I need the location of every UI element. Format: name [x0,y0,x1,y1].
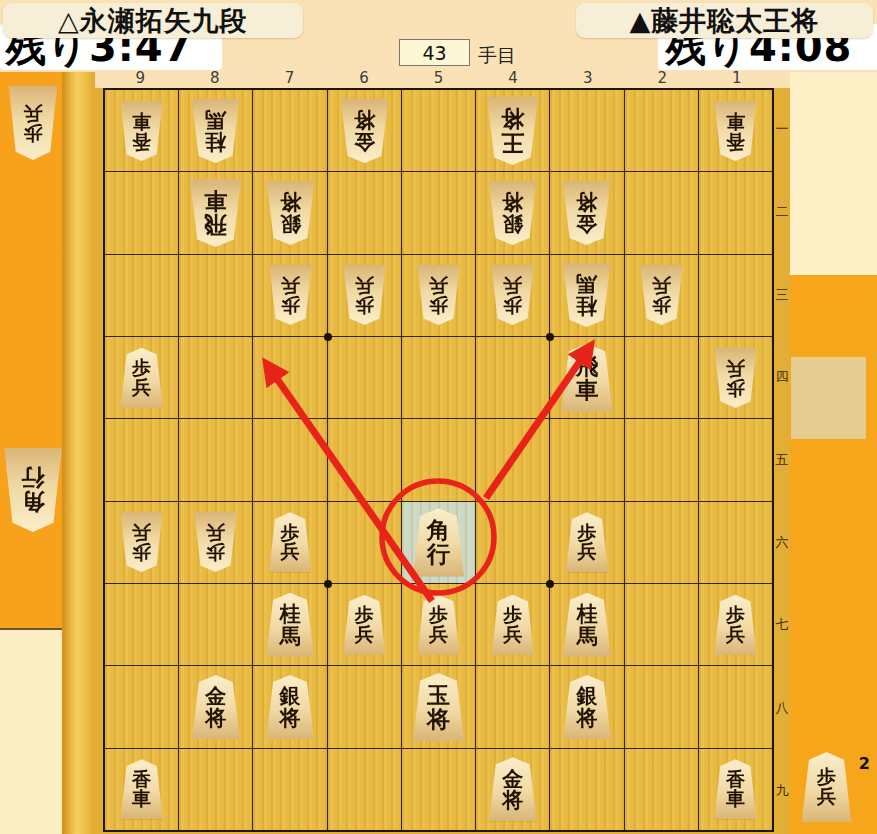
rank-label: 四 [774,336,790,419]
piece-gote-歩兵[interactable]: 歩兵 [712,348,759,408]
piece-gote-銀将[interactable]: 銀将 [264,181,317,245]
square-67[interactable]: 歩兵 [328,584,401,665]
square-36[interactable]: 歩兵 [550,502,623,583]
gote-player-label: △永瀬拓矢九段 [3,3,303,38]
square-95[interactable] [105,419,178,500]
square-12[interactable] [699,172,772,253]
file-label: 9 [103,70,178,87]
square-46[interactable] [476,502,549,583]
move-number-suffix: 手目 [478,43,516,69]
square-15[interactable] [699,419,772,500]
square-96[interactable]: 歩兵 [105,502,178,583]
piece-sente-玉将[interactable]: 玉将 [410,673,467,741]
shogi-broadcast-screen: △永瀬拓矢九段 残り3:47 ▲藤井聡太王将 残り4:08 43 手目 歩兵角行… [0,0,877,834]
square-55[interactable] [402,419,475,500]
piece-gote-歩兵[interactable]: 歩兵 [341,265,388,325]
square-17[interactable]: 歩兵 [699,584,772,665]
piece-gote-金将[interactable]: 金将 [338,99,391,163]
rank-label: 六 [774,501,790,584]
piece-sente-歩兵[interactable]: 歩兵 [341,595,388,655]
square-74[interactable] [253,337,326,418]
square-89[interactable] [179,749,252,830]
square-78[interactable]: 銀将 [253,666,326,747]
piece-gote-角行[interactable]: 角行 [1,448,65,532]
square-92[interactable] [105,172,178,253]
rank-label: 九 [774,749,790,832]
gote-hand-歩兵[interactable]: 歩兵 [6,86,60,160]
piece-sente-歩兵[interactable]: 歩兵 [712,595,759,655]
square-84[interactable] [179,337,252,418]
piece-sente-飛車[interactable]: 飛車 [558,344,615,412]
square-76[interactable]: 歩兵 [253,502,326,583]
square-31[interactable] [550,90,623,171]
file-label: 4 [476,70,551,87]
square-63[interactable]: 歩兵 [328,255,401,336]
piece-sente-銀将[interactable]: 銀将 [264,675,317,739]
star-point [546,580,554,588]
file-labels: 987654321 [103,70,774,87]
square-94[interactable]: 歩兵 [105,337,178,418]
piece-gote-香車[interactable]: 香車 [118,101,165,161]
square-71[interactable] [253,90,326,171]
rank-label: 一 [774,88,790,171]
star-point [546,333,554,341]
piece-gote-飛車[interactable]: 飛車 [187,179,244,247]
piece-sente-歩兵[interactable]: 歩兵 [489,595,536,655]
square-91[interactable]: 香車 [105,90,178,171]
board-grid: 香車桂馬金将王将香車飛車銀将銀将金将歩兵歩兵歩兵歩兵桂馬歩兵歩兵飛車歩兵歩兵歩兵… [103,88,774,832]
square-13[interactable] [699,255,772,336]
square-98[interactable] [105,666,178,747]
piece-sente-香車[interactable]: 香車 [712,759,759,819]
square-99[interactable]: 香車 [105,749,178,830]
square-39[interactable] [550,749,623,830]
piece-gote-歩兵[interactable]: 歩兵 [192,512,239,572]
piece-gote-金将[interactable]: 金将 [560,181,613,245]
rank-label: 七 [774,584,790,667]
square-69[interactable] [328,749,401,830]
square-58[interactable]: 玉将 [402,666,475,747]
piece-sente-金将[interactable]: 金将 [486,757,539,821]
piece-gote-歩兵[interactable]: 歩兵 [6,86,60,160]
right-pale-square [791,357,866,439]
file-label: 5 [401,70,476,87]
square-14[interactable]: 歩兵 [699,337,772,418]
piece-gote-銀将[interactable]: 銀将 [486,181,539,245]
square-53[interactable]: 歩兵 [402,255,475,336]
square-97[interactable] [105,584,178,665]
piece-gote-歩兵[interactable]: 歩兵 [415,265,462,325]
square-81[interactable]: 桂馬 [179,90,252,171]
square-57[interactable]: 歩兵 [402,584,475,665]
star-point [324,333,332,341]
square-85[interactable] [179,419,252,500]
square-18[interactable] [699,666,772,747]
square-29[interactable] [625,749,698,830]
square-87[interactable] [179,584,252,665]
move-number-box: 43 [399,39,470,66]
square-43[interactable]: 歩兵 [476,255,549,336]
square-24[interactable] [625,337,698,418]
left-wood-strip [62,72,95,834]
square-48[interactable] [476,666,549,747]
square-56[interactable]: 角行 [402,502,475,583]
rank-labels: 一二三四五六七八九 [774,88,790,832]
square-61[interactable]: 金将 [328,90,401,171]
piece-sente-桂馬[interactable]: 桂馬 [264,593,317,657]
square-52[interactable] [402,172,475,253]
piece-sente-歩兵[interactable]: 歩兵 [415,595,462,655]
piece-sente-歩兵[interactable]: 歩兵 [563,512,610,572]
piece-sente-香車[interactable]: 香車 [118,759,165,819]
square-23[interactable]: 歩兵 [625,255,698,336]
piece-sente-歩兵[interactable]: 歩兵 [799,752,854,822]
square-49[interactable]: 金将 [476,749,549,830]
square-33[interactable]: 桂馬 [550,255,623,336]
square-88[interactable]: 金将 [179,666,252,747]
hand-count: 2 [859,754,870,773]
square-77[interactable]: 桂馬 [253,584,326,665]
square-64[interactable] [328,337,401,418]
square-86[interactable]: 歩兵 [179,502,252,583]
square-73[interactable]: 歩兵 [253,255,326,336]
piece-gote-歩兵[interactable]: 歩兵 [267,265,314,325]
file-label: 3 [550,70,625,87]
square-19[interactable]: 香車 [699,749,772,830]
square-62[interactable] [328,172,401,253]
square-27[interactable] [625,584,698,665]
right-upper-panel [790,72,877,275]
square-66[interactable] [328,502,401,583]
piece-sente-歩兵[interactable]: 歩兵 [267,512,314,572]
square-37[interactable]: 桂馬 [550,584,623,665]
sente-player-label: ▲藤井聡太王将 [576,3,873,38]
square-45[interactable] [476,419,549,500]
rank-label: 八 [774,667,790,750]
rank-label: 二 [774,171,790,254]
square-41[interactable]: 王将 [476,90,549,171]
star-point [324,580,332,588]
square-68[interactable] [328,666,401,747]
square-34[interactable]: 飛車 [550,337,623,418]
file-label: 7 [252,70,327,87]
square-26[interactable] [625,502,698,583]
file-label: 6 [327,70,402,87]
square-16[interactable] [699,502,772,583]
left-lower-panel [0,628,62,834]
square-82[interactable]: 飛車 [179,172,252,253]
piece-gote-歩兵[interactable]: 歩兵 [118,512,165,572]
square-54[interactable] [402,337,475,418]
square-44[interactable] [476,337,549,418]
square-51[interactable] [402,90,475,171]
square-38[interactable]: 銀将 [550,666,623,747]
board: 香車桂馬金将王将香車飛車銀将銀将金将歩兵歩兵歩兵歩兵桂馬歩兵歩兵飛車歩兵歩兵歩兵… [95,88,790,834]
square-59[interactable] [402,749,475,830]
square-47[interactable]: 歩兵 [476,584,549,665]
file-label: 2 [625,70,700,87]
piece-sente-桂馬[interactable]: 桂馬 [560,593,613,657]
square-21[interactable] [625,90,698,171]
piece-sente-歩兵[interactable]: 歩兵 [118,348,165,408]
square-75[interactable] [253,419,326,500]
square-11[interactable]: 香車 [699,90,772,171]
rank-label: 三 [774,253,790,336]
piece-gote-桂馬[interactable]: 桂馬 [560,263,613,327]
square-22[interactable] [625,172,698,253]
sente-hand-歩兵[interactable]: 歩兵2 [799,752,854,822]
square-72[interactable]: 銀将 [253,172,326,253]
piece-sente-角行[interactable]: 角行 [410,508,467,576]
piece-gote-香車[interactable]: 香車 [712,101,759,161]
square-93[interactable] [105,255,178,336]
piece-gote-歩兵[interactable]: 歩兵 [489,265,536,325]
square-32[interactable]: 金将 [550,172,623,253]
square-42[interactable]: 銀将 [476,172,549,253]
square-25[interactable] [625,419,698,500]
piece-gote-歩兵[interactable]: 歩兵 [638,265,685,325]
square-28[interactable] [625,666,698,747]
square-79[interactable] [253,749,326,830]
piece-gote-桂馬[interactable]: 桂馬 [189,99,242,163]
rank-label: 五 [774,419,790,502]
piece-sente-金将[interactable]: 金将 [189,675,242,739]
square-65[interactable] [328,419,401,500]
square-35[interactable] [550,419,623,500]
file-label: 8 [178,70,253,87]
square-83[interactable] [179,255,252,336]
gote-hand-角行[interactable]: 角行 [1,448,65,532]
file-label: 1 [700,70,775,87]
piece-gote-王将[interactable]: 王将 [484,97,541,165]
piece-sente-銀将[interactable]: 銀将 [560,675,613,739]
